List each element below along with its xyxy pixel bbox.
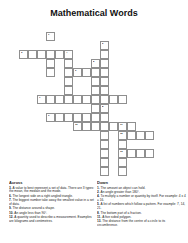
across-header: Across: [9, 180, 95, 185]
grid-cell[interactable]: [100, 140, 109, 149]
clue-number: 5: [93, 60, 94, 62]
clue-item-text: The distance around a shape.: [13, 206, 55, 210]
grid-cell[interactable]: [64, 86, 73, 95]
down-clues-column: Down 1. The amount an object can hold.2.…: [97, 180, 187, 242]
clue-item: 7. The biggest number take away the smal…: [9, 198, 95, 206]
grid-cell[interactable]: [37, 50, 46, 59]
grid-cell[interactable]: 2: [100, 41, 109, 50]
clue-item-text: A list of numbers which follow a pattern…: [97, 202, 185, 209]
clue-item: 2. An angle greater than 180°.: [97, 190, 187, 194]
clue-item-text: The distance from the centre of a circle…: [97, 219, 165, 226]
grid-cell[interactable]: [91, 86, 100, 95]
grid-cell[interactable]: [64, 77, 73, 86]
grid-cell[interactable]: [109, 122, 118, 131]
grid-cell[interactable]: [100, 131, 109, 140]
grid-cell[interactable]: [91, 68, 100, 77]
grid-cell[interactable]: [46, 50, 55, 59]
grid-cell[interactable]: [100, 77, 109, 86]
clue-item: 13. The distance from the centre of a ci…: [97, 219, 187, 227]
clue-item: 9. The distance around a shape.: [9, 206, 95, 210]
grid-cell[interactable]: 6: [73, 68, 82, 77]
grid-cell[interactable]: [145, 149, 154, 158]
grid-cell[interactable]: [100, 122, 109, 131]
grid-cell[interactable]: [118, 95, 127, 104]
grid-cell[interactable]: [82, 113, 91, 122]
clue-item: 10. An angle less than 90°.: [9, 210, 95, 214]
grid-cell[interactable]: 3: [19, 50, 28, 59]
grid-cell[interactable]: [136, 149, 145, 158]
grid-cell[interactable]: [64, 95, 73, 104]
puzzle-title: Mathematical Words: [0, 8, 188, 18]
clue-number: 11: [120, 123, 123, 125]
grid-cell[interactable]: [100, 95, 109, 104]
grid-cell[interactable]: [100, 167, 109, 176]
grid-cell[interactable]: [91, 113, 100, 122]
across-clues-list: 3. A value to best represent a set of da…: [9, 185, 95, 222]
grid-cell[interactable]: [64, 59, 73, 68]
grid-cell[interactable]: 10: [73, 122, 82, 131]
clue-number: 6: [75, 69, 76, 71]
grid-cell[interactable]: 4: [64, 50, 73, 59]
clue-number: 12: [120, 132, 123, 134]
clue-item-text: To multiply a number or quantity by itse…: [97, 194, 186, 201]
grid-cell[interactable]: [118, 167, 127, 176]
grid-cell[interactable]: [91, 122, 100, 131]
clue-item: 4. To multiply a number or quantity by i…: [97, 194, 187, 202]
clue-item-text: The amount an object can hold.: [101, 185, 146, 189]
clue-item-text: An angle less than 90°.: [14, 210, 47, 214]
clue-number: 9: [48, 114, 49, 116]
grid-cell[interactable]: [55, 113, 64, 122]
grid-cell[interactable]: [73, 113, 82, 122]
grid-cell[interactable]: [145, 131, 154, 140]
grid-cell[interactable]: 13: [118, 149, 127, 158]
grid-cell[interactable]: [118, 140, 127, 149]
grid-cell[interactable]: 11: [118, 122, 127, 131]
clue-item-text: An angle greater than 180°.: [101, 190, 140, 194]
grid-cell[interactable]: 9: [46, 113, 55, 122]
grid-cell[interactable]: [127, 122, 136, 131]
grid-cell[interactable]: [82, 122, 91, 131]
grid-cell[interactable]: [64, 68, 73, 77]
grid-cell[interactable]: [100, 149, 109, 158]
grid-cell[interactable]: [91, 104, 100, 113]
grid-cell[interactable]: [100, 158, 109, 167]
clue-item: 11. A five sided polygon.: [97, 215, 187, 219]
grid-cell[interactable]: [127, 131, 136, 140]
grid-cell[interactable]: 5: [91, 59, 100, 68]
clue-item-text: The bottom part of a fraction.: [101, 210, 142, 214]
grid-cell[interactable]: [100, 86, 109, 95]
grid-cell[interactable]: [55, 50, 64, 59]
grid-cell[interactable]: [28, 50, 37, 59]
grid-cell[interactable]: 8: [100, 104, 109, 113]
grid-cell[interactable]: [46, 59, 55, 68]
grid-cell[interactable]: [100, 113, 109, 122]
grid-cell[interactable]: [118, 158, 127, 167]
clue-item: 3. A value to best represent a set of da…: [9, 185, 95, 193]
clue-number: 1: [48, 33, 49, 35]
down-header: Down: [97, 180, 187, 185]
clue-number: 8: [102, 105, 103, 107]
grid-cell[interactable]: [64, 113, 73, 122]
clue-item: 12. A quantity used to describe a measur…: [9, 215, 95, 223]
clue-number: 13: [120, 150, 123, 152]
grid-cell[interactable]: 1: [46, 32, 55, 41]
clue-item-text: A five sided polygon.: [102, 215, 131, 219]
clue-item-text: The longest side on a right angled trian…: [13, 193, 73, 197]
down-clues-list: 1. The amount an object can hold.2. An a…: [97, 185, 187, 226]
grid-cell[interactable]: [73, 95, 82, 104]
clue-number: 10: [75, 123, 78, 125]
across-clues-column: Across 3. A value to best represent a se…: [9, 180, 95, 242]
grid-cell[interactable]: [127, 149, 136, 158]
grid-cell[interactable]: [46, 68, 55, 77]
clue-item: 8. The bottom part of a fraction.: [97, 210, 187, 214]
clue-item-text: A quantity used to describe a measuremen…: [9, 215, 92, 222]
grid-cell[interactable]: [82, 95, 91, 104]
crossword-page: Mathematical Words 12345678910111213 Acr…: [0, 0, 188, 243]
clue-item-text: A value to best represent a set of data.…: [9, 185, 94, 192]
grid-cell[interactable]: 7: [37, 95, 46, 104]
crossword-grid[interactable]: 12345678910111213: [10, 32, 188, 176]
grid-cell[interactable]: [100, 68, 109, 77]
clue-item: 6. The longest side on a right angled tr…: [9, 193, 95, 197]
grid-cell[interactable]: [82, 68, 91, 77]
grid-cell[interactable]: 12: [118, 131, 127, 140]
clue-number: 3: [21, 51, 22, 53]
clue-number: 4: [66, 51, 67, 53]
clue-number: 7: [39, 96, 40, 98]
grid-cell[interactable]: [136, 131, 145, 140]
grid-cell[interactable]: [100, 50, 109, 59]
grid-cell[interactable]: [91, 95, 100, 104]
clue-number: 2: [102, 42, 103, 44]
grid-cell[interactable]: [100, 59, 109, 68]
grid-cell[interactable]: [109, 95, 118, 104]
grid-cell[interactable]: [46, 95, 55, 104]
grid-cell[interactable]: [55, 95, 64, 104]
clue-item-text: The biggest number take away the smalles…: [9, 198, 94, 205]
clue-item: 5. A list of numbers which follow a patt…: [97, 202, 187, 210]
clue-item: 1. The amount an object can hold.: [97, 185, 187, 189]
grid-cell[interactable]: [91, 77, 100, 86]
